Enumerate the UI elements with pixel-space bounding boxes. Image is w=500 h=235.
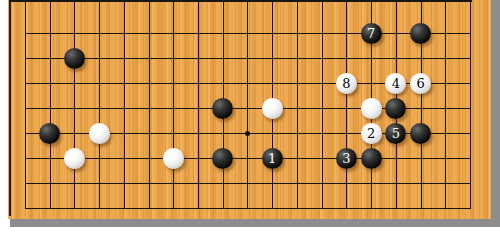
white-stone[interactable] <box>163 148 184 169</box>
grid-line-horizontal <box>25 183 471 184</box>
star-point <box>245 131 250 136</box>
grid-line-horizontal <box>25 33 471 34</box>
grid-line-horizontal <box>25 58 471 59</box>
black-stone-move-1[interactable]: 1 <box>262 148 283 169</box>
grid-line-horizontal <box>25 208 471 209</box>
white-stone-move-2[interactable]: 2 <box>361 123 382 144</box>
grid-line-horizontal <box>25 158 471 159</box>
move-number-label: 1 <box>268 151 276 166</box>
black-stone[interactable] <box>39 123 60 144</box>
move-number-label: 3 <box>342 151 350 166</box>
white-stone[interactable] <box>89 123 110 144</box>
black-stone[interactable] <box>385 98 406 119</box>
black-stone-move-3[interactable]: 3 <box>336 148 357 169</box>
board-drop-shadow-right <box>491 0 500 227</box>
move-number-label: 2 <box>367 126 375 141</box>
board-top-cut-line <box>9 0 472 2</box>
move-number-label: 5 <box>392 126 400 141</box>
white-stone[interactable] <box>361 98 382 119</box>
black-stone[interactable] <box>410 23 431 44</box>
page: 75138462 <box>0 0 500 235</box>
black-stone-move-5[interactable]: 5 <box>385 123 406 144</box>
board-left-edge-line <box>9 0 11 216</box>
move-number-label: 8 <box>342 76 350 91</box>
white-stone-move-4[interactable]: 4 <box>385 73 406 94</box>
board-drop-shadow-bottom <box>10 219 500 227</box>
black-stone[interactable] <box>212 148 233 169</box>
black-stone[interactable] <box>361 148 382 169</box>
white-stone-move-8[interactable]: 8 <box>336 73 357 94</box>
move-number-label: 7 <box>367 26 375 41</box>
black-stone[interactable] <box>212 98 233 119</box>
white-stone[interactable] <box>64 148 85 169</box>
black-stone[interactable] <box>64 48 85 69</box>
white-stone[interactable] <box>262 98 283 119</box>
move-number-label: 4 <box>392 76 400 91</box>
black-stone[interactable] <box>410 123 431 144</box>
black-stone-move-7[interactable]: 7 <box>361 23 382 44</box>
go-board[interactable]: 75138462 <box>8 0 491 219</box>
move-number-label: 6 <box>416 76 424 91</box>
white-stone-move-6[interactable]: 6 <box>410 73 431 94</box>
